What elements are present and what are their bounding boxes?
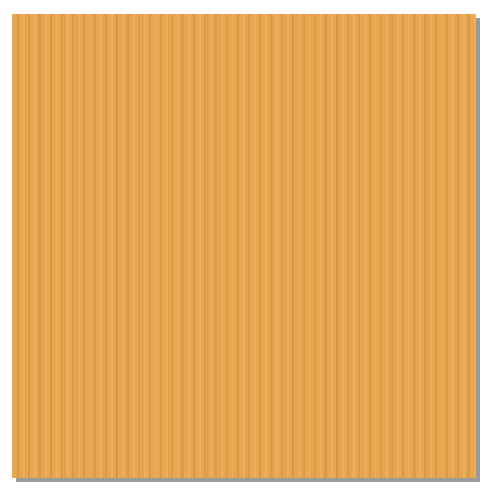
go-board-screenshot: [0, 0, 500, 500]
column-labels-bottom: [19, 484, 475, 498]
stones-layer: [19, 20, 475, 476]
row-labels-right: [480, 20, 499, 476]
goban[interactable]: [12, 14, 476, 478]
column-labels-top: [19, 0, 475, 14]
